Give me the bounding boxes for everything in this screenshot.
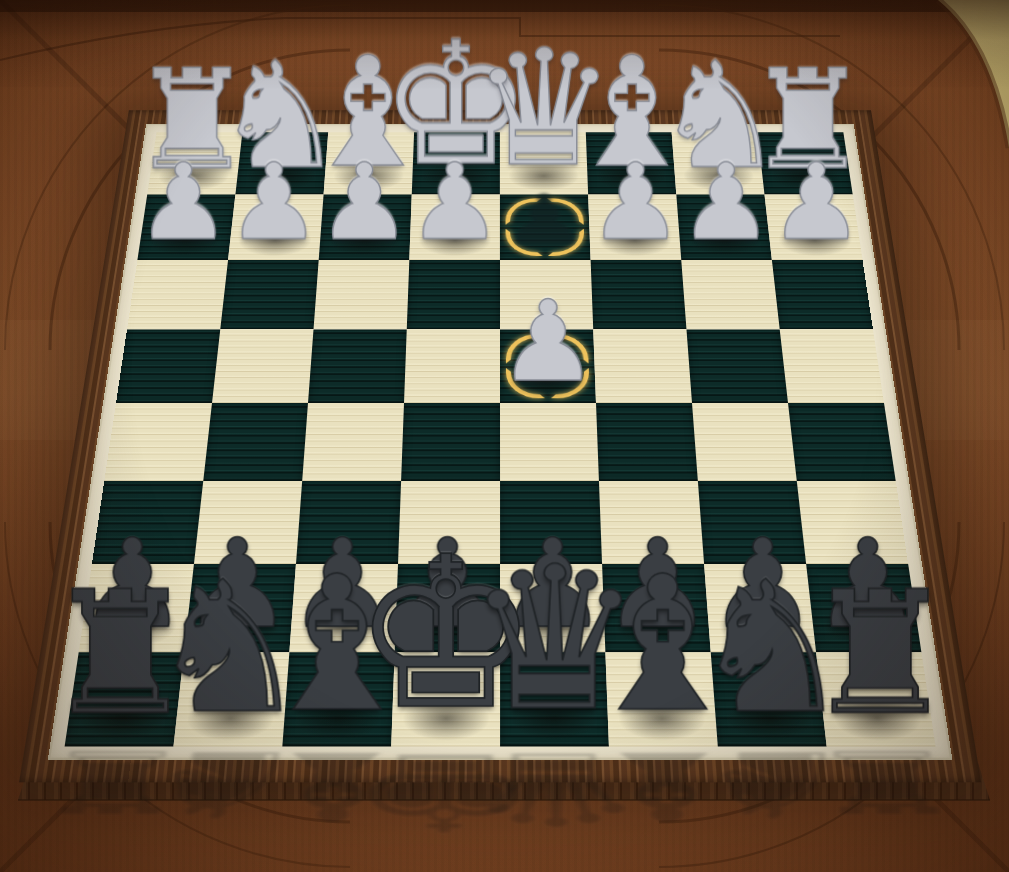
- square-b4[interactable]: [686, 329, 788, 403]
- square-c4[interactable]: [593, 329, 692, 403]
- piece-reflection: ♟: [497, 397, 599, 446]
- board-grid: ♜♜♞♞♝♝♚♚♛♛♝♝♞♞♜♜♟♟♟♟♟♟♟♟♟♟♟♟♟♟♟♟♟♟♟♟♟♟♟♟…: [64, 132, 935, 746]
- square-a5[interactable]: [788, 403, 896, 481]
- square-c3[interactable]: [590, 260, 686, 329]
- piece-white-pawn[interactable]: ♟: [407, 149, 502, 255]
- square-f3[interactable]: [313, 260, 409, 329]
- square-d4[interactable]: ♟♟: [499, 329, 595, 403]
- square-a3[interactable]: [771, 260, 872, 329]
- square-b2[interactable]: ♟♟: [676, 194, 772, 260]
- square-e2[interactable]: ♟♟: [409, 194, 500, 260]
- square-g4[interactable]: [212, 329, 314, 403]
- square-a8[interactable]: ♜♜: [816, 652, 935, 746]
- square-f5[interactable]: [302, 403, 404, 481]
- chess-game-window: ♜♜♞♞♝♝♚♚♛♛♝♝♞♞♜♜♟♟♟♟♟♟♟♟♟♟♟♟♟♟♟♟♟♟♟♟♟♟♟♟…: [0, 0, 1009, 872]
- piece-white-pawn[interactable]: ♟: [769, 149, 864, 255]
- square-a2[interactable]: ♟♟: [764, 194, 862, 260]
- piece-white-pawn[interactable]: ♟: [226, 149, 321, 255]
- square-h4[interactable]: [116, 329, 220, 403]
- square-g5[interactable]: [203, 403, 308, 481]
- square-f4[interactable]: [308, 329, 407, 403]
- square-h2[interactable]: ♟♟: [137, 194, 235, 260]
- chessboard-3d-scene: ♜♜♞♞♝♝♚♚♛♛♝♝♞♞♜♜♟♟♟♟♟♟♟♟♟♟♟♟♟♟♟♟♟♟♟♟♟♟♟♟…: [0, 0, 1009, 872]
- square-g2[interactable]: ♟♟: [228, 194, 324, 260]
- square-d5[interactable]: [500, 403, 599, 481]
- piece-black-rook[interactable]: ♜: [803, 569, 955, 739]
- square-a4[interactable]: [779, 329, 883, 403]
- square-f2[interactable]: ♟♟: [318, 194, 411, 260]
- piece-reflection: ♜: [803, 738, 969, 824]
- piece-white-pawn[interactable]: ♟: [317, 149, 412, 255]
- chessboard[interactable]: ♜♜♞♞♝♝♚♚♛♛♝♝♞♞♜♜♟♟♟♟♟♟♟♟♟♟♟♟♟♟♟♟♟♟♟♟♟♟♟♟…: [18, 110, 980, 782]
- board-frame: ♜♜♞♞♝♝♚♚♛♛♝♝♞♞♜♜♟♟♟♟♟♟♟♟♟♟♟♟♟♟♟♟♟♟♟♟♟♟♟♟…: [47, 124, 952, 760]
- piece-white-pawn[interactable]: ♟: [588, 149, 683, 255]
- square-g3[interactable]: [220, 260, 318, 329]
- piece-white-pawn[interactable]: ♟: [136, 149, 231, 255]
- square-d2[interactable]: ♟: [499, 194, 590, 260]
- square-b5[interactable]: [692, 403, 797, 481]
- square-c2[interactable]: ♟♟: [588, 194, 681, 260]
- square-h3[interactable]: [127, 260, 228, 329]
- square-e4[interactable]: [404, 329, 500, 403]
- square-h5[interactable]: [104, 403, 212, 481]
- square-e3[interactable]: [406, 260, 499, 329]
- piece-white-pawn[interactable]: ♟: [678, 149, 773, 255]
- square-e5[interactable]: [401, 403, 500, 481]
- square-b3[interactable]: [681, 260, 779, 329]
- square-c5[interactable]: [596, 403, 698, 481]
